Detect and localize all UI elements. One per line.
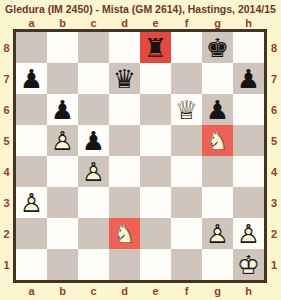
rank-label-7: 7 xyxy=(0,63,13,94)
corner-bottom-right xyxy=(267,283,281,298)
square-f5[interactable] xyxy=(171,125,202,156)
square-c2[interactable] xyxy=(78,218,109,249)
square-e4[interactable] xyxy=(140,156,171,187)
file-label-f: f xyxy=(171,283,202,298)
file-label-g: g xyxy=(202,283,233,298)
file-label-c: c xyxy=(78,16,109,29)
square-a7[interactable]: ♟ xyxy=(16,63,47,94)
file-label-a: a xyxy=(16,283,47,298)
file-label-h: h xyxy=(233,16,264,29)
rank-label-3: 3 xyxy=(267,187,281,218)
file-label-d: d xyxy=(109,16,140,29)
square-g3[interactable] xyxy=(202,187,233,218)
white-piece-fill: ♞ xyxy=(202,125,233,156)
white-piece-fill: ♚ xyxy=(233,249,264,280)
square-a4[interactable] xyxy=(16,156,47,187)
square-d4[interactable] xyxy=(109,156,140,187)
square-b2[interactable] xyxy=(47,218,78,249)
rank-label-5: 5 xyxy=(267,125,281,156)
piece-black-rook: ♜ xyxy=(140,32,171,63)
piece-white-pawn: ♟♙ xyxy=(16,187,47,218)
square-c3[interactable] xyxy=(78,187,109,218)
square-d1[interactable] xyxy=(109,249,140,280)
rank-label-4: 4 xyxy=(267,156,281,187)
white-piece-outline: ♘ xyxy=(109,218,140,249)
square-g4[interactable] xyxy=(202,156,233,187)
file-labels-top: abcdefgh xyxy=(13,16,267,29)
file-label-c: c xyxy=(78,283,109,298)
white-piece-outline: ♙ xyxy=(202,218,233,249)
square-h4[interactable] xyxy=(233,156,264,187)
file-label-e: e xyxy=(140,16,171,29)
square-f1[interactable] xyxy=(171,249,202,280)
piece-white-knight: ♞♘ xyxy=(202,125,233,156)
white-piece-fill: ♞ xyxy=(109,218,140,249)
square-b3[interactable] xyxy=(47,187,78,218)
piece-white-pawn: ♟♙ xyxy=(233,218,264,249)
file-label-b: b xyxy=(47,16,78,29)
white-piece-fill: ♟ xyxy=(78,156,109,187)
square-h6[interactable] xyxy=(233,94,264,125)
rank-label-5: 5 xyxy=(0,125,13,156)
square-h1[interactable]: ♚♔ xyxy=(233,249,264,280)
square-a8[interactable] xyxy=(16,32,47,63)
board-area: abcdefgh 87654321 ♜♚♟♛♟♟♛♕♟♟♙♟♞♘♟♙♟♙♞♘♟♙… xyxy=(0,16,281,298)
square-a5[interactable] xyxy=(16,125,47,156)
square-f7[interactable] xyxy=(171,63,202,94)
square-g1[interactable] xyxy=(202,249,233,280)
square-e8[interactable]: ♜ xyxy=(140,32,171,63)
square-f6[interactable]: ♛♕ xyxy=(171,94,202,125)
square-c4[interactable]: ♟♙ xyxy=(78,156,109,187)
square-f2[interactable] xyxy=(171,218,202,249)
rank-label-3: 3 xyxy=(0,187,13,218)
square-b7[interactable] xyxy=(47,63,78,94)
file-label-d: d xyxy=(109,283,140,298)
rank-label-8: 8 xyxy=(267,32,281,63)
piece-white-king: ♚♔ xyxy=(233,249,264,280)
file-label-g: g xyxy=(202,16,233,29)
piece-white-knight: ♞♘ xyxy=(109,218,140,249)
square-e5[interactable] xyxy=(140,125,171,156)
chess-board: ♜♚♟♛♟♟♛♕♟♟♙♟♞♘♟♙♟♙♞♘♟♙♟♙♚♔ xyxy=(13,29,267,283)
corner-top-right xyxy=(267,16,281,29)
white-piece-fill: ♛ xyxy=(171,94,202,125)
white-piece-outline: ♕ xyxy=(171,94,202,125)
square-g7[interactable] xyxy=(202,63,233,94)
square-d8[interactable] xyxy=(109,32,140,63)
square-d3[interactable] xyxy=(109,187,140,218)
piece-black-pawn: ♟ xyxy=(233,63,264,94)
square-a2[interactable] xyxy=(16,218,47,249)
square-g6[interactable]: ♟ xyxy=(202,94,233,125)
square-h8[interactable] xyxy=(233,32,264,63)
file-label-a: a xyxy=(16,16,47,29)
piece-black-king: ♚ xyxy=(202,32,233,63)
square-f3[interactable] xyxy=(171,187,202,218)
rank-label-4: 4 xyxy=(0,156,13,187)
rank-label-1: 1 xyxy=(0,249,13,280)
square-c6[interactable] xyxy=(78,94,109,125)
white-piece-outline: ♔ xyxy=(233,249,264,280)
rank-label-7: 7 xyxy=(267,63,281,94)
piece-white-queen: ♛♕ xyxy=(171,94,202,125)
square-d7[interactable]: ♛ xyxy=(109,63,140,94)
rank-label-6: 6 xyxy=(267,94,281,125)
square-h3[interactable] xyxy=(233,187,264,218)
square-e2[interactable] xyxy=(140,218,171,249)
corner-bottom-left xyxy=(0,283,13,298)
square-g2[interactable]: ♟♙ xyxy=(202,218,233,249)
square-d6[interactable] xyxy=(109,94,140,125)
piece-black-pawn: ♟ xyxy=(47,94,78,125)
piece-black-pawn: ♟ xyxy=(16,63,47,94)
square-c5[interactable]: ♟ xyxy=(78,125,109,156)
square-c8[interactable] xyxy=(78,32,109,63)
rank-label-8: 8 xyxy=(0,32,13,63)
square-g8[interactable]: ♚ xyxy=(202,32,233,63)
white-piece-outline: ♙ xyxy=(233,218,264,249)
square-b4[interactable] xyxy=(47,156,78,187)
square-b5[interactable]: ♟♙ xyxy=(47,125,78,156)
square-e1[interactable] xyxy=(140,249,171,280)
piece-black-pawn: ♟ xyxy=(78,125,109,156)
square-d2[interactable]: ♞♘ xyxy=(109,218,140,249)
square-e3[interactable] xyxy=(140,187,171,218)
square-c1[interactable] xyxy=(78,249,109,280)
file-label-b: b xyxy=(47,283,78,298)
piece-black-pawn: ♟ xyxy=(202,94,233,125)
square-d5[interactable] xyxy=(109,125,140,156)
square-e6[interactable] xyxy=(140,94,171,125)
file-labels-bottom: abcdefgh xyxy=(13,283,267,298)
file-label-e: e xyxy=(140,283,171,298)
white-piece-fill: ♟ xyxy=(16,187,47,218)
piece-white-pawn: ♟♙ xyxy=(47,125,78,156)
square-a6[interactable] xyxy=(16,94,47,125)
square-f8[interactable] xyxy=(171,32,202,63)
white-piece-fill: ♟ xyxy=(47,125,78,156)
file-label-h: h xyxy=(233,283,264,298)
square-c7[interactable] xyxy=(78,63,109,94)
rank-labels-right: 87654321 xyxy=(267,29,281,283)
square-g5[interactable]: ♞♘ xyxy=(202,125,233,156)
file-label-f: f xyxy=(171,16,202,29)
square-b8[interactable] xyxy=(47,32,78,63)
white-piece-fill: ♟ xyxy=(202,218,233,249)
square-h7[interactable]: ♟ xyxy=(233,63,264,94)
corner-top-left xyxy=(0,16,13,29)
square-h5[interactable] xyxy=(233,125,264,156)
square-h2[interactable]: ♟♙ xyxy=(233,218,264,249)
square-f4[interactable] xyxy=(171,156,202,187)
white-piece-outline: ♘ xyxy=(202,125,233,156)
rank-label-6: 6 xyxy=(0,94,13,125)
square-b1[interactable] xyxy=(47,249,78,280)
square-a1[interactable] xyxy=(16,249,47,280)
white-piece-outline: ♙ xyxy=(47,125,78,156)
white-piece-outline: ♙ xyxy=(78,156,109,187)
square-e7[interactable] xyxy=(140,63,171,94)
game-title: Gledura (IM 2450) - Mista (GM 2614), Has… xyxy=(0,0,281,15)
rank-label-1: 1 xyxy=(267,249,281,280)
piece-black-queen: ♛ xyxy=(109,63,140,94)
rank-label-2: 2 xyxy=(0,218,13,249)
rank-label-2: 2 xyxy=(267,218,281,249)
white-piece-outline: ♙ xyxy=(16,187,47,218)
rank-labels-left: 87654321 xyxy=(0,29,13,283)
square-a3[interactable]: ♟♙ xyxy=(16,187,47,218)
piece-white-pawn: ♟♙ xyxy=(78,156,109,187)
white-piece-fill: ♟ xyxy=(233,218,264,249)
square-b6[interactable]: ♟ xyxy=(47,94,78,125)
piece-white-pawn: ♟♙ xyxy=(202,218,233,249)
